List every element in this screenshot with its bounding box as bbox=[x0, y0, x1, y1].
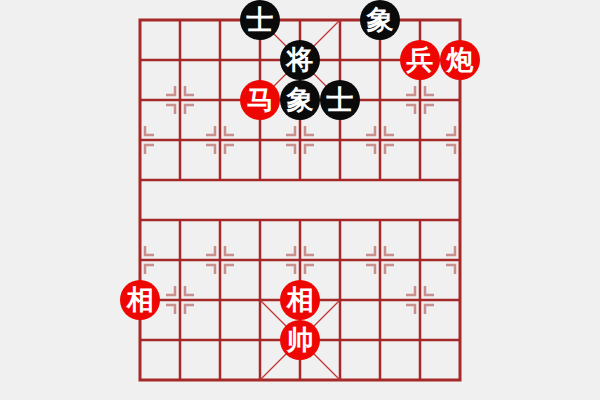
point-f7[interactable] bbox=[320, 280, 360, 320]
point-h6[interactable] bbox=[400, 240, 440, 280]
point-f5[interactable] bbox=[320, 200, 360, 240]
point-c7[interactable] bbox=[200, 280, 240, 320]
point-h2[interactable] bbox=[400, 80, 440, 120]
point-b9[interactable] bbox=[160, 360, 200, 400]
point-b4[interactable] bbox=[160, 160, 200, 200]
point-b2[interactable] bbox=[160, 80, 200, 120]
point-b7[interactable] bbox=[160, 280, 200, 320]
point-i9[interactable] bbox=[440, 360, 480, 400]
point-a8[interactable] bbox=[120, 320, 160, 360]
point-d6[interactable] bbox=[240, 240, 280, 280]
point-e2[interactable]: 象 bbox=[280, 80, 320, 120]
point-i4[interactable] bbox=[440, 160, 480, 200]
point-e4[interactable] bbox=[280, 160, 320, 200]
point-a1[interactable] bbox=[120, 40, 160, 80]
point-a3[interactable] bbox=[120, 120, 160, 160]
point-c5[interactable] bbox=[200, 200, 240, 240]
point-a4[interactable] bbox=[120, 160, 160, 200]
point-e6[interactable] bbox=[280, 240, 320, 280]
point-c1[interactable] bbox=[200, 40, 240, 80]
point-f1[interactable] bbox=[320, 40, 360, 80]
point-e8[interactable]: 帅 bbox=[280, 320, 320, 360]
point-g2[interactable] bbox=[360, 80, 400, 120]
point-i2[interactable] bbox=[440, 80, 480, 120]
point-f4[interactable] bbox=[320, 160, 360, 200]
point-g9[interactable] bbox=[360, 360, 400, 400]
point-b1[interactable] bbox=[160, 40, 200, 80]
point-i8[interactable] bbox=[440, 320, 480, 360]
point-g6[interactable] bbox=[360, 240, 400, 280]
point-h0[interactable] bbox=[400, 0, 440, 40]
point-i3[interactable] bbox=[440, 120, 480, 160]
point-d9[interactable] bbox=[240, 360, 280, 400]
point-c9[interactable] bbox=[200, 360, 240, 400]
piece-red-general[interactable]: 帅 bbox=[280, 320, 320, 360]
point-a7[interactable]: 相 bbox=[120, 280, 160, 320]
point-e1[interactable]: 将 bbox=[280, 40, 320, 80]
point-a2[interactable] bbox=[120, 80, 160, 120]
point-b0[interactable] bbox=[160, 0, 200, 40]
point-f8[interactable] bbox=[320, 320, 360, 360]
point-d1[interactable] bbox=[240, 40, 280, 80]
point-d8[interactable] bbox=[240, 320, 280, 360]
point-c0[interactable] bbox=[200, 0, 240, 40]
point-g3[interactable] bbox=[360, 120, 400, 160]
point-h5[interactable] bbox=[400, 200, 440, 240]
point-f2[interactable]: 士 bbox=[320, 80, 360, 120]
point-g5[interactable] bbox=[360, 200, 400, 240]
point-a5[interactable] bbox=[120, 200, 160, 240]
point-h3[interactable] bbox=[400, 120, 440, 160]
point-d2[interactable]: 马 bbox=[240, 80, 280, 120]
point-g8[interactable] bbox=[360, 320, 400, 360]
point-d0[interactable]: 士 bbox=[240, 0, 280, 40]
piece-black-advisor[interactable]: 士 bbox=[240, 0, 280, 40]
point-c3[interactable] bbox=[200, 120, 240, 160]
piece-red-cannon[interactable]: 炮 bbox=[440, 40, 480, 80]
point-b3[interactable] bbox=[160, 120, 200, 160]
point-h1[interactable]: 兵 bbox=[400, 40, 440, 80]
point-c4[interactable] bbox=[200, 160, 240, 200]
point-b5[interactable] bbox=[160, 200, 200, 240]
point-h7[interactable] bbox=[400, 280, 440, 320]
point-e5[interactable] bbox=[280, 200, 320, 240]
point-i5[interactable] bbox=[440, 200, 480, 240]
piece-black-advisor[interactable]: 士 bbox=[320, 80, 360, 120]
piece-black-elephant[interactable]: 象 bbox=[280, 80, 320, 120]
point-g4[interactable] bbox=[360, 160, 400, 200]
piece-red-elephant[interactable]: 相 bbox=[280, 280, 320, 320]
point-f6[interactable] bbox=[320, 240, 360, 280]
point-f0[interactable] bbox=[320, 0, 360, 40]
point-h8[interactable] bbox=[400, 320, 440, 360]
point-c8[interactable] bbox=[200, 320, 240, 360]
point-d7[interactable] bbox=[240, 280, 280, 320]
point-h4[interactable] bbox=[400, 160, 440, 200]
point-d5[interactable] bbox=[240, 200, 280, 240]
point-h9[interactable] bbox=[400, 360, 440, 400]
xiangqi-board-screen: 士象将兵炮马象士相相帅 bbox=[0, 0, 600, 400]
point-a9[interactable] bbox=[120, 360, 160, 400]
point-b8[interactable] bbox=[160, 320, 200, 360]
point-g1[interactable] bbox=[360, 40, 400, 80]
point-d4[interactable] bbox=[240, 160, 280, 200]
point-a6[interactable] bbox=[120, 240, 160, 280]
point-e9[interactable] bbox=[280, 360, 320, 400]
piece-red-soldier[interactable]: 兵 bbox=[400, 40, 440, 80]
point-c6[interactable] bbox=[200, 240, 240, 280]
point-e0[interactable] bbox=[280, 0, 320, 40]
point-i1[interactable]: 炮 bbox=[440, 40, 480, 80]
point-c2[interactable] bbox=[200, 80, 240, 120]
point-a0[interactable] bbox=[120, 0, 160, 40]
point-b6[interactable] bbox=[160, 240, 200, 280]
board-grid: 士象将兵炮马象士相相帅 bbox=[120, 0, 480, 400]
point-i0[interactable] bbox=[440, 0, 480, 40]
point-f3[interactable] bbox=[320, 120, 360, 160]
point-e3[interactable] bbox=[280, 120, 320, 160]
piece-black-general[interactable]: 将 bbox=[280, 40, 320, 80]
piece-black-elephant[interactable]: 象 bbox=[360, 0, 400, 40]
point-i7[interactable] bbox=[440, 280, 480, 320]
point-g0[interactable]: 象 bbox=[360, 0, 400, 40]
point-e7[interactable]: 相 bbox=[280, 280, 320, 320]
point-i6[interactable] bbox=[440, 240, 480, 280]
piece-red-horse[interactable]: 马 bbox=[240, 80, 280, 120]
point-d3[interactable] bbox=[240, 120, 280, 160]
point-f9[interactable] bbox=[320, 360, 360, 400]
point-g7[interactable] bbox=[360, 280, 400, 320]
piece-red-elephant[interactable]: 相 bbox=[120, 280, 160, 320]
